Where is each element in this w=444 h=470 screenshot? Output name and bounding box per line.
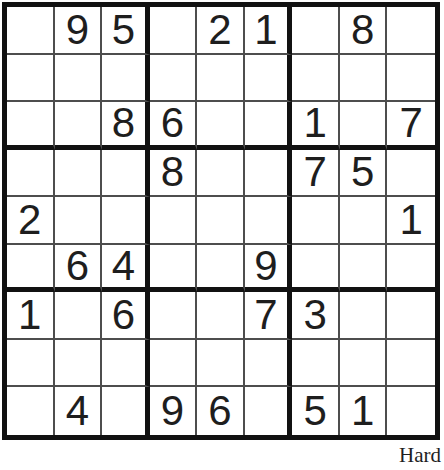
sudoku-cell-empty[interactable] bbox=[197, 197, 245, 245]
sudoku-cell-empty[interactable] bbox=[150, 55, 198, 103]
sudoku-cell-empty[interactable] bbox=[340, 292, 388, 340]
sudoku-cell-empty[interactable] bbox=[245, 55, 293, 103]
sudoku-cell-empty[interactable] bbox=[150, 245, 198, 293]
sudoku-cell-empty[interactable] bbox=[292, 245, 340, 293]
sudoku-cell-empty[interactable] bbox=[55, 340, 103, 388]
sudoku-cell-given: 8 bbox=[150, 150, 198, 198]
sudoku-cell-given: 5 bbox=[292, 387, 340, 435]
sudoku-cell-empty[interactable] bbox=[245, 102, 293, 150]
sudoku-cell-given: 5 bbox=[102, 7, 150, 55]
sudoku-cell-empty[interactable] bbox=[245, 150, 293, 198]
sudoku-cell-given: 7 bbox=[245, 292, 293, 340]
sudoku-cell-empty[interactable] bbox=[7, 55, 55, 103]
sudoku-cell-empty[interactable] bbox=[340, 197, 388, 245]
sudoku-cell-empty[interactable] bbox=[387, 340, 435, 388]
sudoku-cell-empty[interactable] bbox=[102, 55, 150, 103]
sudoku-cell-given: 2 bbox=[197, 7, 245, 55]
sudoku-cell-given: 6 bbox=[197, 387, 245, 435]
sudoku-cell-empty[interactable] bbox=[55, 55, 103, 103]
sudoku-cell-given: 4 bbox=[55, 387, 103, 435]
sudoku-cell-empty[interactable] bbox=[340, 245, 388, 293]
sudoku-cell-empty[interactable] bbox=[7, 7, 55, 55]
sudoku-cell-given: 8 bbox=[102, 102, 150, 150]
sudoku-cell-given: 6 bbox=[150, 102, 198, 150]
sudoku-cell-empty[interactable] bbox=[55, 197, 103, 245]
sudoku-cell-given: 7 bbox=[292, 150, 340, 198]
sudoku-cell-empty[interactable] bbox=[150, 340, 198, 388]
sudoku-cell-empty[interactable] bbox=[387, 7, 435, 55]
difficulty-label: Hard bbox=[399, 443, 441, 468]
sudoku-cell-given: 1 bbox=[340, 387, 388, 435]
sudoku-cell-empty[interactable] bbox=[197, 292, 245, 340]
sudoku-cell-empty[interactable] bbox=[197, 102, 245, 150]
sudoku-cell-empty[interactable] bbox=[292, 7, 340, 55]
sudoku-cell-empty[interactable] bbox=[102, 150, 150, 198]
sudoku-cell-empty[interactable] bbox=[387, 387, 435, 435]
sudoku-cell-empty[interactable] bbox=[245, 340, 293, 388]
sudoku-cell-given: 4 bbox=[102, 245, 150, 293]
sudoku-cell-given: 1 bbox=[292, 102, 340, 150]
sudoku-cell-empty[interactable] bbox=[102, 387, 150, 435]
sudoku-cell-empty[interactable] bbox=[150, 7, 198, 55]
sudoku-cell-empty[interactable] bbox=[197, 55, 245, 103]
sudoku-cell-given: 6 bbox=[102, 292, 150, 340]
sudoku-cell-given: 1 bbox=[387, 197, 435, 245]
sudoku-cell-empty[interactable] bbox=[292, 197, 340, 245]
sudoku-cell-empty[interactable] bbox=[197, 340, 245, 388]
sudoku-cell-empty[interactable] bbox=[102, 340, 150, 388]
sudoku-cell-given: 5 bbox=[340, 150, 388, 198]
sudoku-cell-empty[interactable] bbox=[7, 387, 55, 435]
sudoku-cell-empty[interactable] bbox=[7, 150, 55, 198]
sudoku-cell-given: 1 bbox=[245, 7, 293, 55]
sudoku-cell-empty[interactable] bbox=[102, 197, 150, 245]
sudoku-cell-empty[interactable] bbox=[7, 245, 55, 293]
sudoku-cell-empty[interactable] bbox=[245, 197, 293, 245]
sudoku-cell-empty[interactable] bbox=[55, 292, 103, 340]
sudoku-cell-given: 6 bbox=[55, 245, 103, 293]
sudoku-cell-given: 3 bbox=[292, 292, 340, 340]
sudoku-cell-empty[interactable] bbox=[197, 150, 245, 198]
sudoku-cell-empty[interactable] bbox=[7, 102, 55, 150]
sudoku-cell-empty[interactable] bbox=[245, 387, 293, 435]
sudoku-cell-given: 9 bbox=[150, 387, 198, 435]
sudoku-cell-empty[interactable] bbox=[340, 55, 388, 103]
sudoku-cell-given: 1 bbox=[7, 292, 55, 340]
sudoku-cell-given: 7 bbox=[387, 102, 435, 150]
sudoku-cell-given: 8 bbox=[340, 7, 388, 55]
sudoku-cell-empty[interactable] bbox=[387, 245, 435, 293]
sudoku-cell-empty[interactable] bbox=[292, 55, 340, 103]
sudoku-cell-empty[interactable] bbox=[292, 340, 340, 388]
sudoku-cell-empty[interactable] bbox=[150, 197, 198, 245]
sudoku-cell-given: 9 bbox=[55, 7, 103, 55]
sudoku-cell-empty[interactable] bbox=[7, 340, 55, 388]
sudoku-cell-empty[interactable] bbox=[55, 150, 103, 198]
sudoku-cell-empty[interactable] bbox=[340, 102, 388, 150]
sudoku-cell-given: 2 bbox=[7, 197, 55, 245]
sudoku-cell-empty[interactable] bbox=[387, 150, 435, 198]
sudoku-cell-empty[interactable] bbox=[197, 245, 245, 293]
sudoku-cell-empty[interactable] bbox=[340, 340, 388, 388]
sudoku-cell-empty[interactable] bbox=[387, 55, 435, 103]
sudoku-cell-empty[interactable] bbox=[150, 292, 198, 340]
sudoku-board: 95218861787521649167349651 bbox=[2, 2, 440, 440]
sudoku-cell-given: 9 bbox=[245, 245, 293, 293]
sudoku-cell-empty[interactable] bbox=[387, 292, 435, 340]
sudoku-cell-empty[interactable] bbox=[55, 102, 103, 150]
